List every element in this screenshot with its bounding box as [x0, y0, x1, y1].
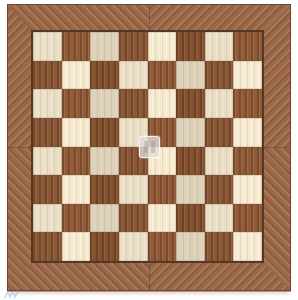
square-f3 — [176, 175, 205, 204]
board-frame-right — [264, 5, 290, 290]
square-h1 — [233, 232, 262, 261]
square-h4 — [233, 147, 262, 176]
square-a5 — [33, 118, 62, 147]
square-f1 — [176, 232, 205, 261]
square-a2 — [33, 204, 62, 233]
square-a6 — [33, 89, 62, 118]
square-c2 — [90, 204, 119, 233]
square-g2 — [205, 204, 234, 233]
square-g6 — [205, 89, 234, 118]
square-e2 — [148, 204, 177, 233]
square-b4 — [62, 147, 91, 176]
square-d7 — [119, 61, 148, 90]
square-e1 — [148, 232, 177, 261]
square-b2 — [62, 204, 91, 233]
square-e7 — [148, 61, 177, 90]
square-a4 — [33, 147, 62, 176]
square-a7 — [33, 61, 62, 90]
product-photo-stage — [0, 0, 298, 300]
square-d8 — [119, 32, 148, 61]
square-f7 — [176, 61, 205, 90]
square-b7 — [62, 61, 91, 90]
square-a8 — [33, 32, 62, 61]
square-d6 — [119, 89, 148, 118]
square-g8 — [205, 32, 234, 61]
square-f6 — [176, 89, 205, 118]
square-f4 — [176, 147, 205, 176]
square-e6 — [148, 89, 177, 118]
board-frame-left — [8, 5, 31, 290]
square-h7 — [233, 61, 262, 90]
square-b5 — [62, 118, 91, 147]
square-d2 — [119, 204, 148, 233]
square-h8 — [233, 32, 262, 61]
square-c6 — [90, 89, 119, 118]
square-b6 — [62, 89, 91, 118]
square-g3 — [205, 175, 234, 204]
square-g4 — [205, 147, 234, 176]
square-c7 — [90, 61, 119, 90]
square-f2 — [176, 204, 205, 233]
square-g7 — [205, 61, 234, 90]
square-c1 — [90, 232, 119, 261]
square-b8 — [62, 32, 91, 61]
square-e3 — [148, 175, 177, 204]
board-frame-bottom — [8, 263, 290, 290]
square-c5 — [90, 118, 119, 147]
square-h6 — [233, 89, 262, 118]
square-c8 — [90, 32, 119, 61]
square-g1 — [205, 232, 234, 261]
square-h3 — [233, 175, 262, 204]
square-h2 — [233, 204, 262, 233]
square-a3 — [33, 175, 62, 204]
square-g5 — [205, 118, 234, 147]
center-watermark — [139, 136, 160, 158]
square-b3 — [62, 175, 91, 204]
square-f5 — [176, 118, 205, 147]
square-d1 — [119, 232, 148, 261]
square-b1 — [62, 232, 91, 261]
square-a1 — [33, 232, 62, 261]
square-c4 — [90, 147, 119, 176]
artifact-mark — [4, 289, 20, 300]
board-frame-top — [8, 5, 290, 30]
square-h5 — [233, 118, 262, 147]
square-e8 — [148, 32, 177, 61]
square-f8 — [176, 32, 205, 61]
square-c3 — [90, 175, 119, 204]
square-d3 — [119, 175, 148, 204]
